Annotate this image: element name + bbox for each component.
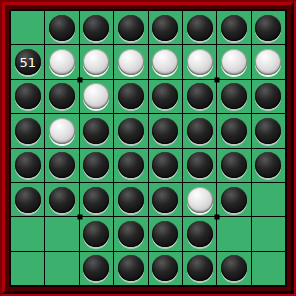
cell-g8[interactable] [217,252,250,285]
black-disc [83,152,109,178]
black-disc [15,187,41,213]
cell-c8[interactable] [80,252,113,285]
white-disc [187,49,213,75]
black-disc [118,221,144,247]
cell-b4[interactable] [45,114,78,147]
black-disc [187,83,213,109]
cell-h3[interactable] [252,80,285,113]
cell-d6[interactable] [114,183,147,216]
black-disc [221,187,247,213]
cell-b3[interactable] [45,80,78,113]
black-disc [49,152,75,178]
cell-e7[interactable] [149,217,182,250]
white-disc [255,49,281,75]
cell-a7[interactable] [11,217,44,250]
cell-b6[interactable] [45,183,78,216]
white-disc [118,49,144,75]
cell-h7[interactable] [252,217,285,250]
black-disc [118,118,144,144]
black-disc [15,118,41,144]
cell-b7[interactable] [45,217,78,250]
cell-g4[interactable] [217,114,250,147]
black-disc [255,83,281,109]
cell-g2[interactable] [217,45,250,78]
cell-f1[interactable] [183,11,216,44]
black-disc [221,83,247,109]
black-disc [118,15,144,41]
black-disc [152,255,178,281]
cell-d7[interactable] [114,217,147,250]
black-disc [83,15,109,41]
black-disc [49,15,75,41]
star-point [77,77,82,82]
cell-b5[interactable] [45,149,78,182]
cell-a8[interactable] [11,252,44,285]
cell-f8[interactable] [183,252,216,285]
cell-h4[interactable] [252,114,285,147]
white-disc [49,118,75,144]
board-frame: 51 [0,0,296,296]
black-disc [49,83,75,109]
cell-b2[interactable] [45,45,78,78]
othello-board: 51 [11,11,285,285]
white-disc [187,187,213,213]
cell-a3[interactable] [11,80,44,113]
black-disc [187,118,213,144]
black-disc [15,152,41,178]
black-disc [187,221,213,247]
board-rim: 51 [9,9,287,287]
black-disc [255,15,281,41]
cell-f4[interactable] [183,114,216,147]
black-disc [118,187,144,213]
black-disc [83,221,109,247]
cell-e3[interactable] [149,80,182,113]
cell-g1[interactable] [217,11,250,44]
black-disc [221,255,247,281]
cell-h5[interactable] [252,149,285,182]
black-disc [118,255,144,281]
white-disc [221,49,247,75]
cell-g5[interactable] [217,149,250,182]
black-disc [221,152,247,178]
cell-b8[interactable] [45,252,78,285]
white-disc [49,49,75,75]
cell-f2[interactable] [183,45,216,78]
black-disc [221,15,247,41]
white-disc [83,49,109,75]
cell-e1[interactable] [149,11,182,44]
white-disc [152,49,178,75]
cell-d4[interactable] [114,114,147,147]
cell-c1[interactable] [80,11,113,44]
black-disc [83,118,109,144]
board-frame-bevel: 51 [2,2,294,294]
cell-c6[interactable] [80,183,113,216]
last-move-disc: 51 [15,49,41,75]
star-point [214,77,219,82]
cell-a1[interactable] [11,11,44,44]
cell-c5[interactable] [80,149,113,182]
cell-f7[interactable] [183,217,216,250]
black-disc [255,118,281,144]
cell-f6[interactable] [183,183,216,216]
cell-a6[interactable] [11,183,44,216]
cell-g7[interactable] [217,217,250,250]
black-disc [49,187,75,213]
black-disc [187,255,213,281]
black-disc [255,152,281,178]
cell-e6[interactable] [149,183,182,216]
black-disc [187,15,213,41]
cell-h1[interactable] [252,11,285,44]
black-disc [118,83,144,109]
cell-h6[interactable] [252,183,285,216]
cell-c2[interactable] [80,45,113,78]
black-disc [152,221,178,247]
white-disc [83,83,109,109]
cell-b1[interactable] [45,11,78,44]
black-disc [83,187,109,213]
cell-g3[interactable] [217,80,250,113]
black-disc [118,152,144,178]
star-point [214,214,219,219]
cell-d3[interactable] [114,80,147,113]
cell-e5[interactable] [149,149,182,182]
board-frame-inner: 51 [5,5,291,291]
cell-e2[interactable] [149,45,182,78]
cell-f3[interactable] [183,80,216,113]
cell-a2[interactable]: 51 [11,45,44,78]
cell-g6[interactable] [217,183,250,216]
black-disc [221,118,247,144]
cell-c7[interactable] [80,217,113,250]
cell-d5[interactable] [114,149,147,182]
black-disc [152,118,178,144]
black-disc [152,15,178,41]
black-disc [152,83,178,109]
black-disc [152,187,178,213]
cell-e8[interactable] [149,252,182,285]
black-disc [187,152,213,178]
cell-a4[interactable] [11,114,44,147]
black-disc [83,255,109,281]
black-disc [152,152,178,178]
black-disc [15,83,41,109]
move-number-label: 51 [19,56,36,69]
cell-d2[interactable] [114,45,147,78]
cell-d1[interactable] [114,11,147,44]
cell-d8[interactable] [114,252,147,285]
cell-f5[interactable] [183,149,216,182]
cell-c3[interactable] [80,80,113,113]
cell-c4[interactable] [80,114,113,147]
cell-e4[interactable] [149,114,182,147]
cell-h8[interactable] [252,252,285,285]
star-point [77,214,82,219]
cell-a5[interactable] [11,149,44,182]
cell-h2[interactable] [252,45,285,78]
